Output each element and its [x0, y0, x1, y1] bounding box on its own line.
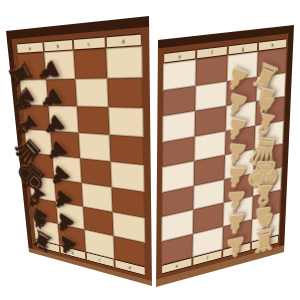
- file-label: b: [71, 251, 74, 255]
- file-label: g: [236, 248, 239, 253]
- rank-label: 7: [29, 206, 31, 209]
- file-label: a: [28, 46, 31, 51]
- rank-label: 2: [287, 82, 289, 86]
- file-label: b: [57, 43, 60, 48]
- file-label: e: [176, 263, 179, 268]
- rank-label: 5: [284, 153, 286, 157]
- board-square: [73, 48, 107, 79]
- rank-label: 5: [24, 162, 26, 165]
- board-square: [79, 133, 111, 162]
- rank-label: 3: [286, 106, 288, 110]
- rank-label: 4: [22, 139, 24, 142]
- file-label: g: [242, 46, 245, 51]
- file-label: f: [211, 50, 213, 55]
- rank-label: 1: [288, 58, 290, 62]
- board-square: [75, 78, 108, 107]
- board-square: [25, 129, 53, 155]
- board-square: [22, 105, 50, 131]
- board-square: [107, 78, 143, 108]
- board-left-half: abcdabcd12345678♜♟♞♟♝♟♛♟♚♟♝♟♞♟♜♟: [6, 16, 152, 286]
- rank-label: 6: [27, 184, 29, 187]
- rank-label: 8: [31, 226, 33, 229]
- rank-label: 3: [20, 115, 22, 118]
- chess-set-product-photo: abcdabcd12345678♜♟♞♟♝♟♛♟♚♟♝♟♞♟♜♟ efghefg…: [0, 0, 300, 300]
- board-square: [20, 79, 49, 105]
- board-square: [77, 106, 110, 135]
- file-label: d: [122, 38, 125, 43]
- file-label: f: [207, 255, 209, 259]
- rank-label: 1: [15, 65, 17, 68]
- file-label: e: [178, 54, 181, 59]
- board-square: [44, 50, 75, 79]
- board-square: [108, 107, 143, 137]
- file-label: a: [46, 244, 48, 248]
- file-label: c: [99, 258, 101, 262]
- board-square: [48, 106, 78, 133]
- board-square: [17, 52, 46, 80]
- board-square: [106, 46, 143, 78]
- file-label: d: [128, 265, 131, 269]
- board-right-half: efghefgh12345678♟♜♟♞♟♝♟♛♟♚♟♝♟♞♟♜: [156, 25, 294, 287]
- board-square: [109, 135, 144, 165]
- file-label: h: [271, 43, 274, 48]
- board-square: [50, 131, 80, 158]
- board-square: [46, 79, 77, 106]
- rank-label: 2: [17, 90, 19, 93]
- file-label: c: [88, 41, 91, 46]
- rank-label: 7: [282, 198, 284, 202]
- file-label: h: [264, 240, 267, 245]
